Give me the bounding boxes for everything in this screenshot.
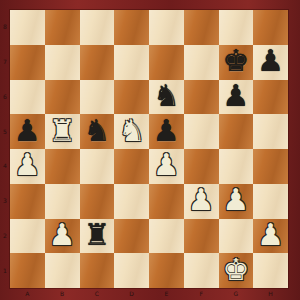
square-e6[interactable]: ♞	[149, 80, 184, 115]
square-c8[interactable]	[80, 10, 115, 45]
rank-label-5: 5	[0, 114, 10, 149]
piece-white-knight[interactable]: ♞	[118, 116, 145, 146]
square-b7[interactable]	[45, 45, 80, 80]
piece-black-pawn[interactable]: ♟	[222, 81, 249, 111]
piece-white-pawn[interactable]: ♟	[188, 185, 215, 215]
file-label-H: H	[253, 288, 288, 300]
file-label-G: G	[219, 288, 254, 300]
square-h7[interactable]: ♟	[253, 45, 288, 80]
square-d5[interactable]: ♞	[114, 114, 149, 149]
square-a3[interactable]	[10, 184, 45, 219]
square-b2[interactable]: ♟	[45, 219, 80, 254]
square-f8[interactable]	[184, 10, 219, 45]
square-f1[interactable]	[184, 253, 219, 288]
square-a7[interactable]	[10, 45, 45, 80]
piece-black-pawn[interactable]: ♟	[153, 116, 180, 146]
square-a6[interactable]	[10, 80, 45, 115]
file-label-E: E	[149, 288, 184, 300]
rank-label-2: 2	[0, 219, 10, 254]
square-g3[interactable]: ♟	[219, 184, 254, 219]
piece-white-pawn[interactable]: ♟	[49, 220, 76, 250]
square-e3[interactable]	[149, 184, 184, 219]
square-c7[interactable]	[80, 45, 115, 80]
rank-label-7: 7	[0, 45, 10, 80]
square-h3[interactable]	[253, 184, 288, 219]
square-b4[interactable]	[45, 149, 80, 184]
square-d1[interactable]	[114, 253, 149, 288]
rank-label-4: 4	[0, 149, 10, 184]
square-e5[interactable]: ♟	[149, 114, 184, 149]
piece-white-king[interactable]: ♚	[222, 255, 249, 285]
square-g7[interactable]: ♚	[219, 45, 254, 80]
square-c4[interactable]	[80, 149, 115, 184]
piece-black-knight[interactable]: ♞	[83, 116, 110, 146]
square-a8[interactable]	[10, 10, 45, 45]
square-e8[interactable]	[149, 10, 184, 45]
piece-white-pawn[interactable]: ♟	[222, 185, 249, 215]
square-a2[interactable]	[10, 219, 45, 254]
piece-black-knight[interactable]: ♞	[153, 81, 180, 111]
file-label-F: F	[184, 288, 219, 300]
piece-white-rook[interactable]: ♜	[49, 116, 76, 146]
square-e7[interactable]	[149, 45, 184, 80]
rank-label-8: 8	[0, 10, 10, 45]
square-e4[interactable]: ♟	[149, 149, 184, 184]
square-d4[interactable]	[114, 149, 149, 184]
square-f6[interactable]	[184, 80, 219, 115]
square-d3[interactable]	[114, 184, 149, 219]
square-g1[interactable]: ♚	[219, 253, 254, 288]
piece-white-pawn[interactable]: ♟	[153, 150, 180, 180]
square-b8[interactable]	[45, 10, 80, 45]
square-f5[interactable]	[184, 114, 219, 149]
square-f2[interactable]	[184, 219, 219, 254]
file-label-C: C	[80, 288, 115, 300]
square-g4[interactable]	[219, 149, 254, 184]
file-label-A: A	[10, 288, 45, 300]
square-h6[interactable]	[253, 80, 288, 115]
square-c5[interactable]: ♞	[80, 114, 115, 149]
square-d8[interactable]	[114, 10, 149, 45]
piece-white-pawn[interactable]: ♟	[257, 220, 284, 250]
rank-label-3: 3	[0, 184, 10, 219]
square-g5[interactable]	[219, 114, 254, 149]
square-c6[interactable]	[80, 80, 115, 115]
piece-black-pawn[interactable]: ♟	[14, 116, 41, 146]
file-label-D: D	[114, 288, 149, 300]
square-b1[interactable]	[45, 253, 80, 288]
square-g2[interactable]	[219, 219, 254, 254]
square-a1[interactable]	[10, 253, 45, 288]
square-b3[interactable]	[45, 184, 80, 219]
square-h4[interactable]	[253, 149, 288, 184]
square-e2[interactable]	[149, 219, 184, 254]
square-a4[interactable]: ♟	[10, 149, 45, 184]
square-f4[interactable]	[184, 149, 219, 184]
square-d6[interactable]	[114, 80, 149, 115]
square-b5[interactable]: ♜	[45, 114, 80, 149]
square-f7[interactable]	[184, 45, 219, 80]
square-f3[interactable]: ♟	[184, 184, 219, 219]
file-label-B: B	[45, 288, 80, 300]
square-c1[interactable]	[80, 253, 115, 288]
square-h1[interactable]	[253, 253, 288, 288]
piece-white-pawn[interactable]: ♟	[14, 150, 41, 180]
square-c3[interactable]	[80, 184, 115, 219]
square-d7[interactable]	[114, 45, 149, 80]
chess-diagram: ♚♟♞♟♟♜♞♞♟♟♟♟♟♟♜♟♚ 87654321ABCDEFGH	[0, 0, 300, 300]
square-c2[interactable]: ♜	[80, 219, 115, 254]
square-g6[interactable]: ♟	[219, 80, 254, 115]
piece-black-king[interactable]: ♚	[222, 46, 249, 76]
square-h2[interactable]: ♟	[253, 219, 288, 254]
square-h5[interactable]	[253, 114, 288, 149]
square-b6[interactable]	[45, 80, 80, 115]
rank-label-1: 1	[0, 253, 10, 288]
chess-board: ♚♟♞♟♟♜♞♞♟♟♟♟♟♟♜♟♚	[10, 10, 288, 288]
rank-label-6: 6	[0, 80, 10, 115]
piece-black-rook[interactable]: ♜	[83, 220, 110, 250]
square-e1[interactable]	[149, 253, 184, 288]
square-h8[interactable]	[253, 10, 288, 45]
square-g8[interactable]	[219, 10, 254, 45]
square-a5[interactable]: ♟	[10, 114, 45, 149]
square-d2[interactable]	[114, 219, 149, 254]
piece-black-pawn[interactable]: ♟	[257, 46, 284, 76]
